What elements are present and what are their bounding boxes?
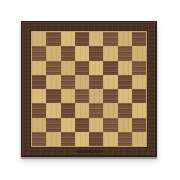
square-a2[interactable]	[32, 118, 46, 132]
square-e7[interactable]	[89, 46, 103, 60]
square-a6[interactable]	[32, 61, 46, 75]
square-b2[interactable]	[46, 118, 60, 132]
square-f6[interactable]	[103, 61, 117, 75]
square-h8[interactable]	[132, 32, 146, 46]
square-g6[interactable]	[118, 61, 132, 75]
square-h3[interactable]	[132, 103, 146, 117]
square-b6[interactable]	[46, 61, 60, 75]
square-g8[interactable]	[118, 32, 132, 46]
square-h1[interactable]	[132, 132, 146, 146]
square-f1[interactable]	[103, 132, 117, 146]
square-g2[interactable]	[118, 118, 132, 132]
square-h4[interactable]	[132, 89, 146, 103]
square-a3[interactable]	[32, 103, 46, 117]
square-a5[interactable]	[32, 75, 46, 89]
square-d5[interactable]	[75, 75, 89, 89]
square-c8[interactable]	[61, 32, 75, 46]
square-g3[interactable]	[118, 103, 132, 117]
square-g4[interactable]	[118, 89, 132, 103]
square-b3[interactable]	[46, 103, 60, 117]
square-c3[interactable]	[61, 103, 75, 117]
square-d7[interactable]	[75, 46, 89, 60]
square-h5[interactable]	[132, 75, 146, 89]
square-e2[interactable]	[89, 118, 103, 132]
square-f8[interactable]	[103, 32, 117, 46]
square-c2[interactable]	[61, 118, 75, 132]
square-b7[interactable]	[46, 46, 60, 60]
square-d1[interactable]	[75, 132, 89, 146]
square-d6[interactable]	[75, 61, 89, 75]
square-g7[interactable]	[118, 46, 132, 60]
square-e6[interactable]	[89, 61, 103, 75]
chess-board	[21, 21, 157, 157]
square-c7[interactable]	[61, 46, 75, 60]
square-f4[interactable]	[103, 89, 117, 103]
square-h7[interactable]	[132, 46, 146, 60]
square-d8[interactable]	[75, 32, 89, 46]
square-b4[interactable]	[46, 89, 60, 103]
square-h2[interactable]	[132, 118, 146, 132]
product-photo-background	[0, 0, 180, 180]
square-c1[interactable]	[61, 132, 75, 146]
square-b8[interactable]	[46, 32, 60, 46]
square-f3[interactable]	[103, 103, 117, 117]
square-c4[interactable]	[61, 89, 75, 103]
square-g5[interactable]	[118, 75, 132, 89]
square-e1[interactable]	[89, 132, 103, 146]
square-f2[interactable]	[103, 118, 117, 132]
square-g1[interactable]	[118, 132, 132, 146]
square-a8[interactable]	[32, 32, 46, 46]
square-c5[interactable]	[61, 75, 75, 89]
square-a7[interactable]	[32, 46, 46, 60]
square-f5[interactable]	[103, 75, 117, 89]
square-d3[interactable]	[75, 103, 89, 117]
playing-area	[31, 31, 147, 147]
square-a1[interactable]	[32, 132, 46, 146]
square-d2[interactable]	[75, 118, 89, 132]
square-h6[interactable]	[132, 61, 146, 75]
square-e3[interactable]	[89, 103, 103, 117]
square-d4[interactable]	[75, 89, 89, 103]
square-b5[interactable]	[46, 75, 60, 89]
square-e5[interactable]	[89, 75, 103, 89]
board-grid	[32, 32, 146, 146]
square-e4[interactable]	[89, 89, 103, 103]
square-a4[interactable]	[32, 89, 46, 103]
square-e8[interactable]	[89, 32, 103, 46]
maker-stamp	[76, 150, 102, 153]
square-b1[interactable]	[46, 132, 60, 146]
square-f7[interactable]	[103, 46, 117, 60]
square-c6[interactable]	[61, 61, 75, 75]
